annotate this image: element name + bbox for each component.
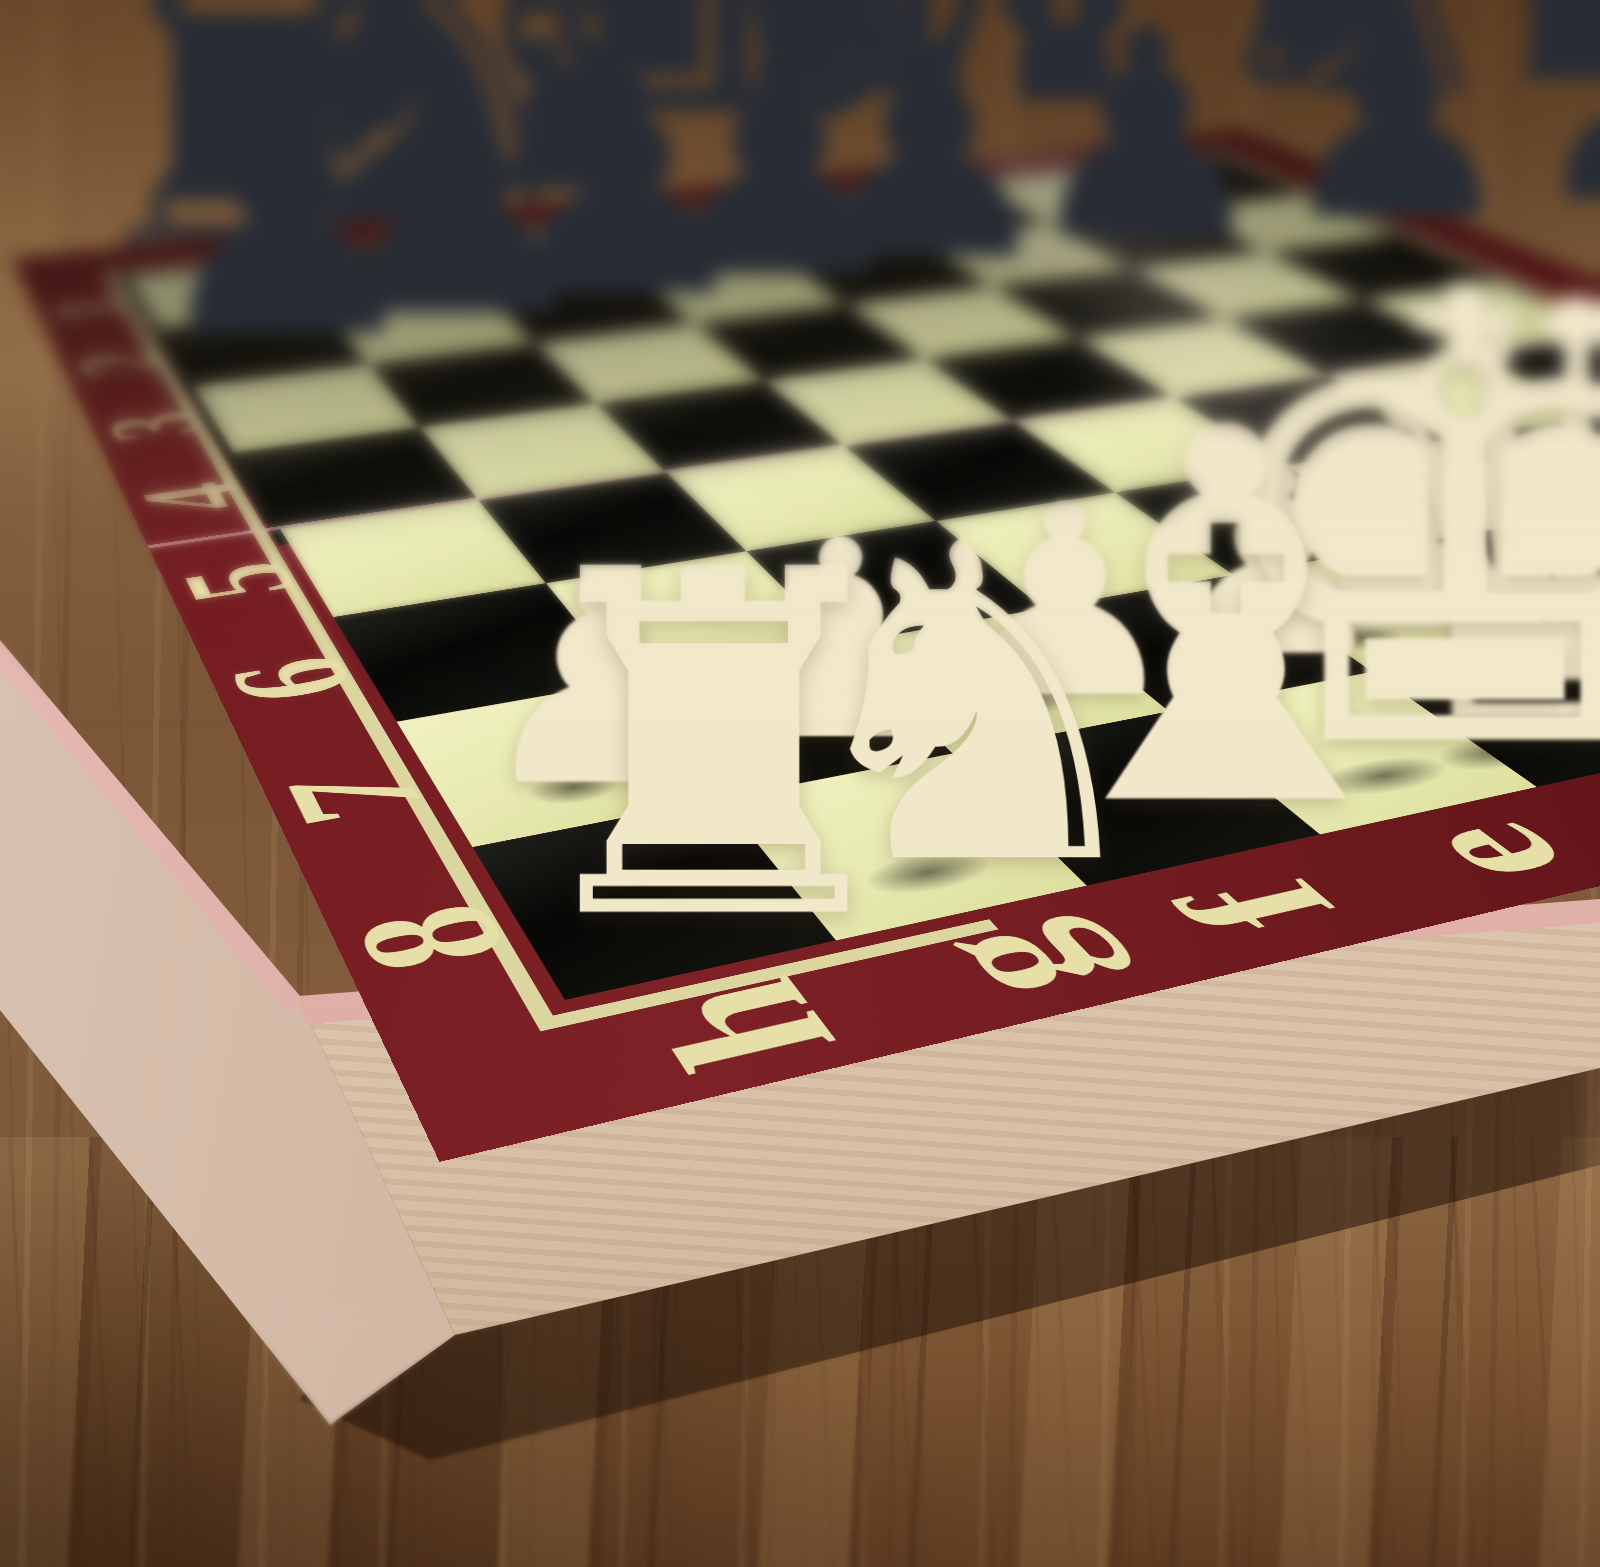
scene: ♜♞♝♚♛♝♞♜♟♟♟♟♟♟♟♟♜♟♞♟♝♟♚♟♛♟ 12345678hgfed… bbox=[0, 0, 1600, 1567]
depth-of-field-near-blur bbox=[0, 0, 1600, 1567]
